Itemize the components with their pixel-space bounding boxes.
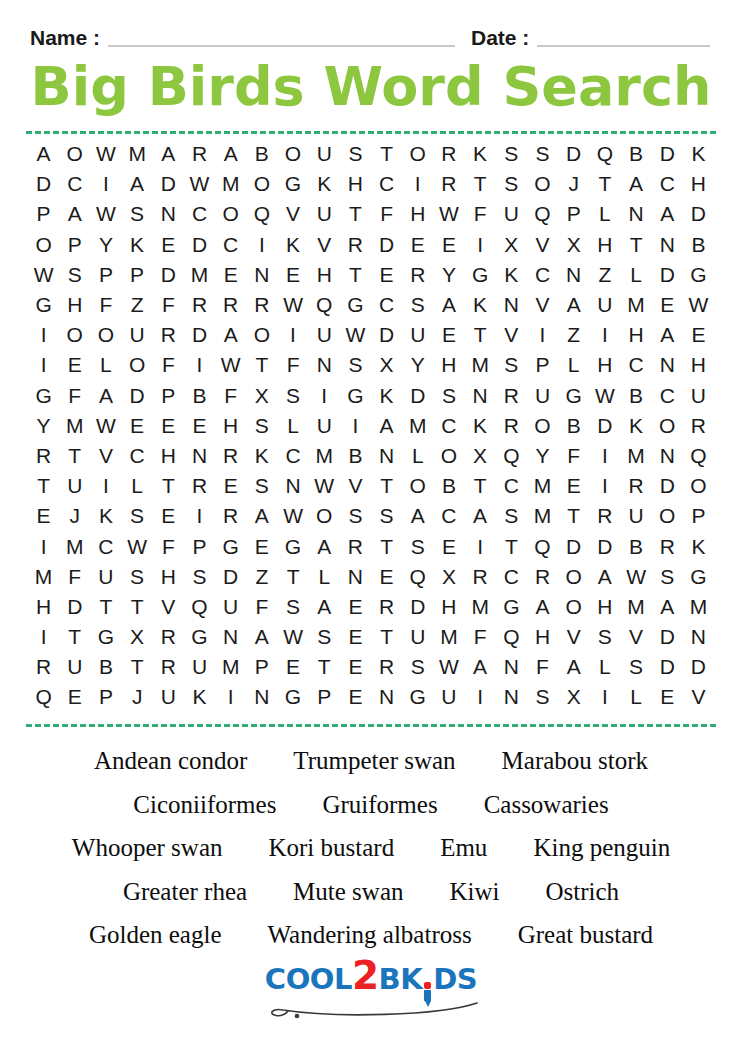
grid-cell: N (652, 230, 683, 260)
grid-cell: E (683, 320, 714, 350)
grid-cell: I (589, 441, 620, 471)
dashed-divider-top (26, 131, 716, 134)
grid-cell: F (465, 199, 496, 229)
grid-cell: A (371, 411, 402, 441)
grid-cell: C (122, 441, 153, 471)
grid-cell: P (153, 381, 184, 411)
grid-cell: P (90, 260, 121, 290)
grid-cell: T (122, 592, 153, 622)
grid-cell: N (465, 381, 496, 411)
grid-cell: S (122, 562, 153, 592)
grid-cell: R (28, 652, 59, 682)
word-list-line: Andean condorTrumpeter swanMarabou stork (0, 740, 742, 784)
word-list-line: Whooper swanKori bustardEmuKing penguin (0, 827, 742, 871)
grid-cell: D (589, 531, 620, 561)
grid-cell: S (309, 622, 340, 652)
grid-cell: P (527, 350, 558, 380)
grid-cell: D (184, 320, 215, 350)
grid-cell: F (558, 441, 589, 471)
grid-cell: A (215, 139, 246, 169)
grid-cell: N (371, 682, 402, 712)
grid-cell: J (558, 169, 589, 199)
grid-cell: U (59, 471, 90, 501)
grid-cell: K (620, 411, 651, 441)
letter-grid: AOWMARABOUSTORKSSDQBDKDCIADWMOGKHCIRTSOJ… (28, 139, 714, 713)
grid-cell: O (59, 139, 90, 169)
grid-cell: A (402, 501, 433, 531)
grid-cell: W (215, 350, 246, 380)
grid-cell: A (59, 199, 90, 229)
grid-cell: R (589, 501, 620, 531)
grid-cell: G (28, 290, 59, 320)
grid-cell: M (620, 290, 651, 320)
word-list-line: CiconiiformesGruiformesCassowaries (0, 783, 742, 827)
grid-cell: S (402, 652, 433, 682)
grid-cell: O (122, 350, 153, 380)
grid-cell: W (433, 199, 464, 229)
grid-cell: C (527, 260, 558, 290)
grid-cell: S (277, 592, 308, 622)
grid-cell: S (620, 652, 651, 682)
word-item: Greater rhea (123, 878, 247, 906)
grid-cell: G (184, 622, 215, 652)
dashed-divider-bottom (26, 724, 716, 727)
grid-cell: A (465, 652, 496, 682)
grid-cell: S (402, 531, 433, 561)
grid-cell: R (683, 411, 714, 441)
grid-cell: A (246, 622, 277, 652)
grid-cell: R (371, 592, 402, 622)
grid-cell: O (28, 230, 59, 260)
grid-cell: G (465, 260, 496, 290)
grid-cell: E (277, 260, 308, 290)
grid-cell: L (402, 441, 433, 471)
grid-cell: E (122, 411, 153, 441)
grid-cell: N (683, 622, 714, 652)
grid-cell: T (28, 471, 59, 501)
grid-cell: I (589, 320, 620, 350)
grid-cell: Y (402, 350, 433, 380)
grid-cell: D (184, 230, 215, 260)
grid-cell: G (277, 531, 308, 561)
grid-cell: I (277, 320, 308, 350)
grid-cell: T (153, 471, 184, 501)
grid-cell: S (496, 350, 527, 380)
grid-cell: D (589, 411, 620, 441)
grid-cell: H (589, 230, 620, 260)
grid-cell: M (215, 652, 246, 682)
grid-cell: T (620, 230, 651, 260)
grid-cell: Y (527, 441, 558, 471)
grid-cell: U (309, 411, 340, 441)
grid-cell: W (340, 320, 371, 350)
grid-cell: Z (246, 562, 277, 592)
grid-cell: E (433, 230, 464, 260)
grid-cell: D (59, 592, 90, 622)
grid-cell: U (589, 290, 620, 320)
grid-cell: K (122, 230, 153, 260)
grid-cell: B (90, 652, 121, 682)
grid-cell: Q (589, 139, 620, 169)
grid-cell: I (589, 682, 620, 712)
grid-cell: A (309, 531, 340, 561)
grid-cell: E (371, 562, 402, 592)
grid-cell: M (433, 622, 464, 652)
grid-cell: N (246, 260, 277, 290)
grid-cell: E (153, 501, 184, 531)
name-line (108, 44, 455, 47)
grid-cell: V (340, 471, 371, 501)
grid-cell: R (340, 531, 371, 561)
grid-cell: X (558, 230, 589, 260)
grid-cell: C (277, 441, 308, 471)
logo-text-cool: COOL (265, 962, 352, 996)
grid-cell: K (465, 290, 496, 320)
grid-cell: F (90, 290, 121, 320)
grid-cell: D (371, 320, 402, 350)
grid-cell: E (340, 622, 371, 652)
grid-cell: T (246, 350, 277, 380)
grid-cell: N (371, 441, 402, 471)
logo-text-bk: BK (379, 962, 423, 996)
grid-cell: S (246, 411, 277, 441)
grid-cell: D (558, 139, 589, 169)
grid-cell: I (184, 501, 215, 531)
grid-cell: O (402, 139, 433, 169)
word-item: Mute swan (293, 878, 403, 906)
grid-cell: T (122, 652, 153, 682)
grid-cell: E (59, 682, 90, 712)
grid-cell: X (433, 562, 464, 592)
grid-cell: Q (496, 441, 527, 471)
grid-cell: Q (402, 562, 433, 592)
grid-cell: E (215, 260, 246, 290)
grid-cell: C (59, 169, 90, 199)
grid-cell: H (309, 260, 340, 290)
grid-cell: O (59, 320, 90, 350)
grid-cell: P (90, 682, 121, 712)
word-list-line: Greater rheaMute swanKiwiOstrich (0, 870, 742, 914)
grid-cell: C (652, 381, 683, 411)
grid-cell: R (184, 290, 215, 320)
grid-cell: S (527, 139, 558, 169)
grid-cell: E (28, 501, 59, 531)
grid-cell: A (246, 501, 277, 531)
grid-cell: F (371, 199, 402, 229)
grid-cell: N (652, 350, 683, 380)
grid-cell: T (90, 592, 121, 622)
grid-cell: W (620, 562, 651, 592)
grid-cell: C (433, 411, 464, 441)
grid-cell: U (90, 562, 121, 592)
grid-cell: M (28, 562, 59, 592)
name-label: Name : (30, 26, 100, 50)
grid-cell: E (652, 682, 683, 712)
grid-cell: L (589, 652, 620, 682)
grid-cell: N (496, 682, 527, 712)
grid-cell: S (184, 562, 215, 592)
date-field: Date : (471, 26, 710, 50)
grid-cell: W (277, 290, 308, 320)
grid-cell: M (620, 592, 651, 622)
grid-cell: A (153, 139, 184, 169)
grid-cell: U (153, 682, 184, 712)
grid-cell: N (277, 471, 308, 501)
grid-cell: H (153, 562, 184, 592)
grid-cell: M (465, 592, 496, 622)
grid-cell: I (340, 411, 371, 441)
word-item: Golden eagle (89, 921, 222, 949)
grid-cell: D (215, 562, 246, 592)
grid-cell: J (59, 501, 90, 531)
grid-cell: B (620, 139, 651, 169)
grid-cell: Q (309, 290, 340, 320)
grid-cell: S (340, 501, 371, 531)
grid-cell: Q (496, 622, 527, 652)
grid-cell: V (277, 199, 308, 229)
grid-cell: W (277, 501, 308, 531)
grid-cell: R (652, 531, 683, 561)
grid-cell: R (620, 471, 651, 501)
grid-cell: A (589, 562, 620, 592)
grid-cell: A (620, 169, 651, 199)
grid-cell: A (652, 199, 683, 229)
grid-cell: N (652, 441, 683, 471)
grid-cell: D (153, 169, 184, 199)
grid-cell: R (153, 622, 184, 652)
grid-cell: V (620, 622, 651, 652)
grid-cell: U (59, 652, 90, 682)
grid-cell: A (309, 592, 340, 622)
grid-cell: I (246, 230, 277, 260)
grid-cell: L (277, 411, 308, 441)
word-list: Andean condorTrumpeter swanMarabou stork… (0, 740, 742, 958)
grid-cell: R (527, 562, 558, 592)
grid-cell: H (589, 592, 620, 622)
grid-cell: E (277, 652, 308, 682)
grid-cell: D (652, 471, 683, 501)
grid-cell: S (122, 199, 153, 229)
grid-cell: R (433, 139, 464, 169)
grid-cell: A (122, 169, 153, 199)
grid-cell: P (122, 260, 153, 290)
grid-cell: K (465, 139, 496, 169)
word-item: Andean condor (94, 747, 247, 775)
grid-cell: L (620, 260, 651, 290)
grid-cell: A (90, 381, 121, 411)
grid-cell: C (184, 199, 215, 229)
grid-cell: O (309, 501, 340, 531)
grid-cell: N (340, 562, 371, 592)
grid-cell: R (246, 290, 277, 320)
grid-cell: P (309, 682, 340, 712)
grid-cell: I (215, 682, 246, 712)
grid-cell: P (558, 199, 589, 229)
grid-cell: R (153, 320, 184, 350)
grid-cell: O (433, 441, 464, 471)
grid-cell: D (28, 169, 59, 199)
grid-cell: O (558, 592, 589, 622)
grid-cell: D (652, 622, 683, 652)
grid-cell: K (277, 230, 308, 260)
grid-cell: H (28, 592, 59, 622)
grid-cell: I (527, 320, 558, 350)
grid-cell: D (652, 139, 683, 169)
grid-cell: Y (90, 230, 121, 260)
grid-cell: H (340, 169, 371, 199)
grid-cell: U (402, 622, 433, 652)
grid-cell: U (309, 320, 340, 350)
grid-cell: T (309, 652, 340, 682)
grid-cell: F (277, 350, 308, 380)
grid-cell: G (90, 622, 121, 652)
grid-cell: L (620, 682, 651, 712)
grid-cell: H (683, 169, 714, 199)
grid-cell: E (246, 531, 277, 561)
grid-cell: V (90, 441, 121, 471)
grid-cell: K (309, 169, 340, 199)
grid-cell: N (246, 682, 277, 712)
grid-cell: O (277, 139, 308, 169)
grid-cell: K (496, 260, 527, 290)
grid-cell: V (558, 622, 589, 652)
grid-cell: D (153, 260, 184, 290)
worksheet-page: Name : Date : Big Birds Word Search AOWM… (0, 0, 742, 1050)
grid-cell: U (496, 199, 527, 229)
grid-cell: S (496, 139, 527, 169)
grid-cell: O (527, 169, 558, 199)
grid-cell: N (215, 622, 246, 652)
grid-cell: U (433, 682, 464, 712)
word-item: Kiwi (450, 878, 500, 906)
grid-cell: V (309, 230, 340, 260)
grid-cell: N (184, 441, 215, 471)
grid-cell: T (277, 562, 308, 592)
grid-cell: S (277, 381, 308, 411)
grid-cell: H (683, 350, 714, 380)
grid-cell: K (371, 381, 402, 411)
grid-cell: G (340, 381, 371, 411)
grid-cell: E (184, 411, 215, 441)
grid-cell: S (371, 501, 402, 531)
logo-text: COOL2BKDS (265, 961, 477, 1007)
grid-cell: R (153, 652, 184, 682)
grid-cell: P (184, 531, 215, 561)
grid-cell: C (371, 290, 402, 320)
grid-cell: R (496, 411, 527, 441)
grid-cell: R (433, 169, 464, 199)
word-item: Emu (440, 834, 487, 862)
grid-cell: M (527, 471, 558, 501)
logo-text-2: 2 (352, 953, 379, 998)
grid-cell: H (59, 290, 90, 320)
grid-cell: P (59, 230, 90, 260)
grid-cell: R (28, 441, 59, 471)
grid-cell: A (215, 320, 246, 350)
grid-cell: M (122, 139, 153, 169)
grid-cell: E (558, 471, 589, 501)
grid-cell: U (309, 139, 340, 169)
grid-cell: A (28, 139, 59, 169)
grid-cell: G (28, 381, 59, 411)
word-item: Cassowaries (484, 791, 609, 819)
grid-cell: U (402, 320, 433, 350)
grid-cell: D (402, 381, 433, 411)
grid-cell: X (465, 441, 496, 471)
grid-cell: P (246, 652, 277, 682)
grid-cell: U (683, 381, 714, 411)
grid-cell: Q (527, 531, 558, 561)
grid-cell: B (340, 441, 371, 471)
grid-cell: R (496, 381, 527, 411)
grid-cell: F (527, 652, 558, 682)
grid-cell: C (371, 169, 402, 199)
logo-text-ds: DS (433, 962, 477, 996)
grid-cell: C (433, 501, 464, 531)
grid-cell: R (184, 471, 215, 501)
grid-cell: H (527, 622, 558, 652)
grid-cell: S (122, 501, 153, 531)
grid-cell: Z (589, 260, 620, 290)
date-label: Date : (471, 26, 529, 50)
grid-cell: U (215, 592, 246, 622)
cool2bkids-logo[interactable]: COOL2BKDS (0, 961, 742, 1020)
grid-cell: I (465, 531, 496, 561)
grid-cell: E (59, 350, 90, 380)
grid-cell: I (28, 622, 59, 652)
grid-cell: B (433, 471, 464, 501)
grid-cell: K (465, 411, 496, 441)
grid-cell: M (465, 350, 496, 380)
header: Name : Date : (0, 0, 742, 50)
grid-cell: M (59, 411, 90, 441)
grid-cell: D (652, 260, 683, 290)
grid-cell: N (153, 199, 184, 229)
grid-cell: T (340, 260, 371, 290)
grid-cell: I (28, 531, 59, 561)
grid-cell: N (309, 350, 340, 380)
grid-cell: S (496, 501, 527, 531)
grid-cell: N (620, 199, 651, 229)
grid-cell: T (371, 139, 402, 169)
grid-cell: I (589, 471, 620, 501)
grid-cell: K (683, 531, 714, 561)
grid-cell: O (402, 471, 433, 501)
word-item: Ciconiiformes (133, 791, 276, 819)
grid-cell: Q (184, 592, 215, 622)
grid-cell: F (153, 350, 184, 380)
grid-cell: L (558, 350, 589, 380)
word-item: Gruiformes (322, 791, 437, 819)
grid-cell: H (620, 320, 651, 350)
grid-cell: X (496, 230, 527, 260)
grid-cell: T (465, 320, 496, 350)
word-item: Trumpeter swan (293, 747, 455, 775)
grid-cell: E (433, 531, 464, 561)
grid-cell: L (90, 350, 121, 380)
grid-cell: R (340, 230, 371, 260)
grid-cell: J (122, 682, 153, 712)
grid-cell: R (465, 562, 496, 592)
grid-cell: Q (683, 441, 714, 471)
grid-cell: G (277, 169, 308, 199)
grid-cell: H (215, 411, 246, 441)
grid-cell: B (558, 411, 589, 441)
grid-cell: M (59, 531, 90, 561)
grid-cell: O (90, 320, 121, 350)
word-list-line: Golden eagleWandering albatrossGreat bus… (0, 914, 742, 958)
grid-cell: I (402, 169, 433, 199)
